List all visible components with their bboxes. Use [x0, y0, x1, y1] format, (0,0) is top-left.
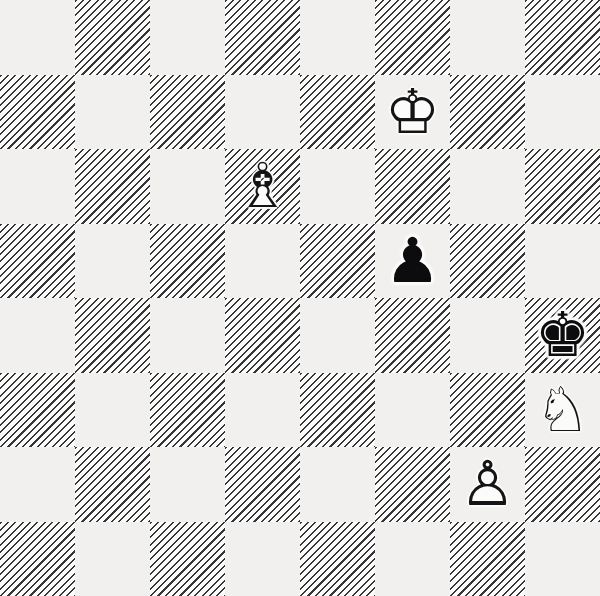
- square-a5[interactable]: [0, 224, 75, 299]
- white-king-glyph: ♔: [375, 75, 450, 150]
- square-a8[interactable]: [0, 0, 75, 75]
- piece-black-king: ♚: [525, 298, 600, 373]
- square-d3[interactable]: [225, 373, 300, 448]
- square-g5[interactable]: [450, 224, 525, 299]
- square-g4[interactable]: [450, 298, 525, 373]
- square-f3[interactable]: [375, 373, 450, 448]
- square-c1[interactable]: [150, 522, 225, 596]
- white-pawn-fill-layer: ♟: [450, 447, 525, 522]
- white-knight-glyph: ♘: [525, 373, 600, 448]
- square-h6[interactable]: [525, 149, 600, 224]
- square-f4[interactable]: [375, 298, 450, 373]
- square-e8[interactable]: [300, 0, 375, 75]
- square-c5[interactable]: [150, 224, 225, 299]
- piece-white-bishop: ♝♗: [225, 149, 300, 224]
- square-g3[interactable]: [450, 373, 525, 448]
- square-b3[interactable]: [75, 373, 150, 448]
- square-g1[interactable]: [450, 522, 525, 596]
- square-g8[interactable]: [450, 0, 525, 75]
- square-b7[interactable]: [75, 75, 150, 150]
- white-bishop-fill-layer: ♝: [225, 149, 300, 224]
- square-b2[interactable]: [75, 447, 150, 522]
- square-f5[interactable]: ♟: [375, 224, 450, 299]
- piece-white-pawn: ♟♙: [450, 447, 525, 522]
- square-c2[interactable]: [150, 447, 225, 522]
- white-king-fill-layer: ♚: [375, 75, 450, 150]
- square-f7[interactable]: ♚♔: [375, 75, 450, 150]
- piece-white-knight: ♞♘: [525, 373, 600, 448]
- square-f8[interactable]: [375, 0, 450, 75]
- black-king-glyph: ♚: [525, 298, 600, 373]
- square-d7[interactable]: [225, 75, 300, 150]
- square-e4[interactable]: [300, 298, 375, 373]
- chess-board: ♚♔♝♗♟♚♞♘♟♙: [0, 0, 600, 596]
- square-h5[interactable]: [525, 224, 600, 299]
- square-b6[interactable]: [75, 149, 150, 224]
- black-pawn-glyph: ♟: [375, 224, 450, 299]
- square-a2[interactable]: [0, 447, 75, 522]
- square-d2[interactable]: [225, 447, 300, 522]
- square-d1[interactable]: [225, 522, 300, 596]
- square-a7[interactable]: [0, 75, 75, 150]
- square-b5[interactable]: [75, 224, 150, 299]
- square-d4[interactable]: [225, 298, 300, 373]
- square-g7[interactable]: [450, 75, 525, 150]
- square-d8[interactable]: [225, 0, 300, 75]
- square-e1[interactable]: [300, 522, 375, 596]
- square-b1[interactable]: [75, 522, 150, 596]
- square-e3[interactable]: [300, 373, 375, 448]
- square-a1[interactable]: [0, 522, 75, 596]
- white-pawn-glyph: ♙: [450, 447, 525, 522]
- square-e6[interactable]: [300, 149, 375, 224]
- square-h8[interactable]: [525, 0, 600, 75]
- square-c7[interactable]: [150, 75, 225, 150]
- square-b8[interactable]: [75, 0, 150, 75]
- square-a3[interactable]: [0, 373, 75, 448]
- square-h3[interactable]: ♞♘: [525, 373, 600, 448]
- square-c6[interactable]: [150, 149, 225, 224]
- square-d5[interactable]: [225, 224, 300, 299]
- square-g2[interactable]: ♟♙: [450, 447, 525, 522]
- square-c4[interactable]: [150, 298, 225, 373]
- square-f2[interactable]: [375, 447, 450, 522]
- white-knight-fill-layer: ♞: [525, 373, 600, 448]
- piece-white-king: ♚♔: [375, 75, 450, 150]
- square-h7[interactable]: [525, 75, 600, 150]
- square-a6[interactable]: [0, 149, 75, 224]
- square-h2[interactable]: [525, 447, 600, 522]
- square-g6[interactable]: [450, 149, 525, 224]
- square-h4[interactable]: ♚: [525, 298, 600, 373]
- piece-black-pawn: ♟: [375, 224, 450, 299]
- square-a4[interactable]: [0, 298, 75, 373]
- square-d6[interactable]: ♝♗: [225, 149, 300, 224]
- square-b4[interactable]: [75, 298, 150, 373]
- square-c3[interactable]: [150, 373, 225, 448]
- square-h1[interactable]: [525, 522, 600, 596]
- square-f1[interactable]: [375, 522, 450, 596]
- square-f6[interactable]: [375, 149, 450, 224]
- square-e5[interactable]: [300, 224, 375, 299]
- white-bishop-glyph: ♗: [225, 149, 300, 224]
- square-e7[interactable]: [300, 75, 375, 150]
- square-c8[interactable]: [150, 0, 225, 75]
- square-e2[interactable]: [300, 447, 375, 522]
